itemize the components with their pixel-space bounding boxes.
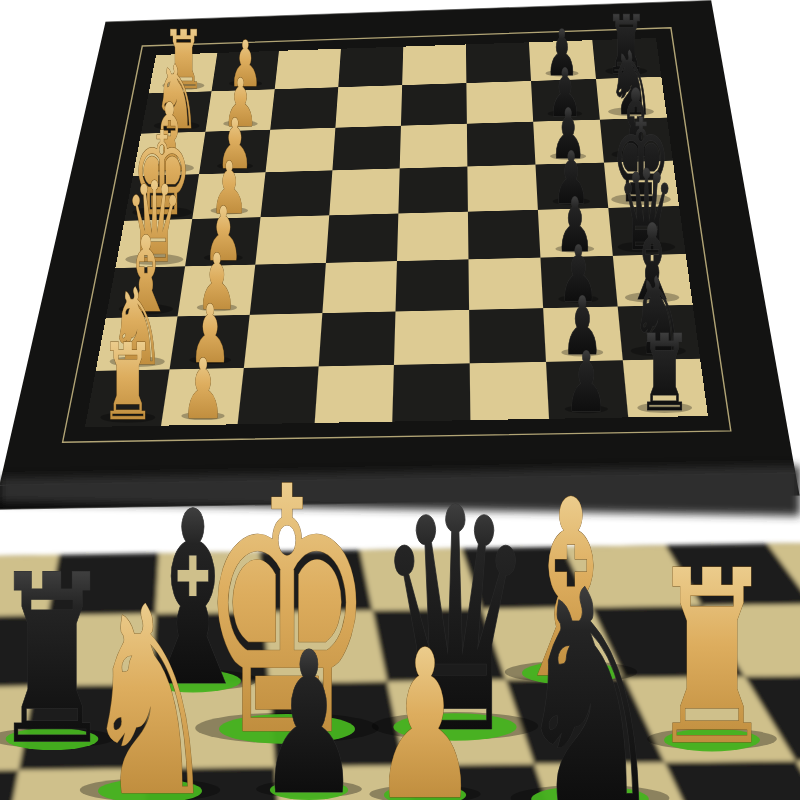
closeup-piece-white-knight: ♞ — [82, 552, 217, 800]
closeup-piece-black-knight: ♞ — [514, 528, 667, 800]
chess-set-photo: ♜♟♟♜♞♟♟♞♝♟♟♝♚♟♟♚♛♟♟♛♝♟♟♝♞♟♟♞♜♟♟♜♝♝♛♚♜♜♟♞… — [0, 0, 800, 800]
closeup-piece-black-pawn: ♟ — [258, 610, 360, 800]
piece-white-rook-a1: ♜ — [100, 321, 155, 444]
piece-black-rook-a8: ♜ — [637, 312, 692, 435]
pieces-layer: ♜♟♟♜♞♟♟♞♝♟♟♝♚♟♟♚♛♟♟♛♝♟♟♝♞♟♟♞♜♟♟♜♝♝♛♚♜♜♟♞… — [0, 0, 800, 800]
piece-black-pawn-a7: ♟ — [565, 334, 608, 431]
closeup-piece-white-rook: ♜ — [650, 519, 775, 799]
closeup-piece-white-pawn: ♟ — [371, 606, 478, 800]
